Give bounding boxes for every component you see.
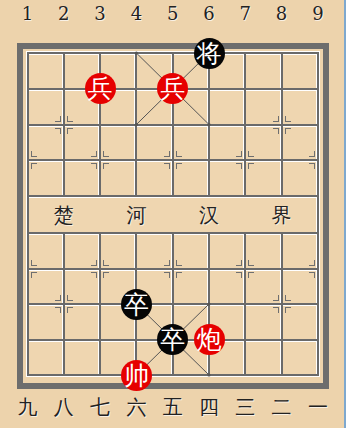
piece-black-soldier[interactable]: 卒 (121, 289, 152, 320)
xiangqi-board: 楚河汉界 123456789九八七六五四三二一将兵兵卒卒炮帅 (0, 0, 346, 428)
palace-diagonals (0, 0, 346, 428)
piece-red-soldier[interactable]: 兵 (85, 73, 116, 104)
piece-red-general[interactable]: 帅 (121, 360, 152, 391)
piece-black-general[interactable]: 将 (194, 38, 225, 69)
piece-red-cannon[interactable]: 炮 (194, 324, 225, 355)
piece-red-soldier[interactable]: 兵 (157, 73, 188, 104)
piece-black-soldier[interactable]: 卒 (157, 324, 188, 355)
